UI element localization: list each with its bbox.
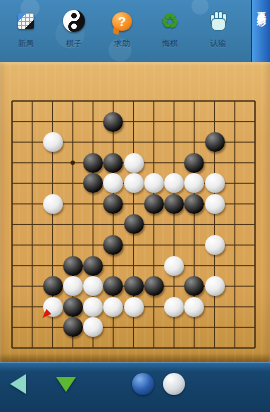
board-cell[interactable] xyxy=(63,194,83,215)
board-cell[interactable] xyxy=(83,255,103,276)
board-cell[interactable] xyxy=(225,111,245,132)
board-cell[interactable] xyxy=(63,91,83,112)
go-board xyxy=(0,62,270,362)
board-cell[interactable] xyxy=(164,276,184,297)
board-cell[interactable] xyxy=(204,317,224,338)
board-cell[interactable] xyxy=(103,194,123,215)
black-stone xyxy=(83,153,103,173)
board-cell[interactable] xyxy=(184,214,204,235)
board-cell[interactable] xyxy=(123,317,143,338)
board-cell[interactable] xyxy=(83,338,103,359)
white-stone xyxy=(124,153,144,173)
black-stone xyxy=(205,132,225,152)
board-cell[interactable] xyxy=(144,255,164,276)
board-cell[interactable] xyxy=(144,91,164,112)
board-cell[interactable] xyxy=(2,317,22,338)
board-cell[interactable] xyxy=(42,152,62,173)
toolbar-button-label: 新局 xyxy=(18,39,34,49)
board-cell[interactable] xyxy=(245,317,265,338)
board-cell[interactable] xyxy=(83,152,103,173)
board-cell[interactable] xyxy=(63,111,83,132)
board-cell[interactable] xyxy=(103,317,123,338)
toolbar-button-label: 悔棋 xyxy=(162,39,178,49)
board-cell[interactable] xyxy=(123,235,143,256)
white-stone xyxy=(43,132,63,152)
board-cell[interactable] xyxy=(164,111,184,132)
board-cell[interactable] xyxy=(103,152,123,173)
white-stone xyxy=(63,276,83,296)
board-cell[interactable] xyxy=(225,214,245,235)
board-cell[interactable] xyxy=(164,214,184,235)
board-cell[interactable] xyxy=(123,173,143,194)
board-cell[interactable] xyxy=(63,214,83,235)
board-cell[interactable] xyxy=(63,173,83,194)
board-cell[interactable] xyxy=(184,194,204,215)
board-cell[interactable] xyxy=(22,317,42,338)
down-arrow-icon xyxy=(56,377,76,392)
board-cell[interactable] xyxy=(103,235,123,256)
board-cell[interactable] xyxy=(63,276,83,297)
board-cell[interactable] xyxy=(204,276,224,297)
board-cell[interactable] xyxy=(184,296,204,317)
board-cell[interactable] xyxy=(83,317,103,338)
light-ball-icon xyxy=(163,373,185,395)
board-cell[interactable] xyxy=(184,132,204,153)
help-icon: ? xyxy=(112,6,132,36)
white-stone xyxy=(83,317,103,337)
board-cell[interactable] xyxy=(204,235,224,256)
toolbar-button-2[interactable]: ?求助 xyxy=(100,2,144,62)
board-cell[interactable] xyxy=(2,296,22,317)
board-cell[interactable] xyxy=(184,235,204,256)
board-cell[interactable] xyxy=(2,235,22,256)
black-stone xyxy=(184,276,204,296)
white-stone xyxy=(205,235,225,255)
board-cell[interactable] xyxy=(164,91,184,112)
toolbar-button-3[interactable]: ♻悔棋 xyxy=(148,2,192,62)
board-cell[interactable] xyxy=(42,132,62,153)
board-cell[interactable] xyxy=(204,338,224,359)
board-cell[interactable] xyxy=(83,132,103,153)
yinyang-icon xyxy=(63,6,85,36)
black-stone xyxy=(164,194,184,214)
board-cell[interactable] xyxy=(42,194,62,215)
board-cell[interactable] xyxy=(42,276,62,297)
board-cell[interactable] xyxy=(22,91,42,112)
black-stone xyxy=(103,112,123,132)
board-cell[interactable] xyxy=(144,173,164,194)
board-cell[interactable] xyxy=(42,255,62,276)
board-cell[interactable] xyxy=(184,152,204,173)
white-stone xyxy=(205,276,225,296)
board-cell[interactable] xyxy=(164,255,184,276)
board-cell[interactable] xyxy=(22,214,42,235)
board-cell[interactable] xyxy=(63,296,83,317)
board-cell[interactable] xyxy=(184,255,204,276)
board-cell[interactable] xyxy=(245,111,265,132)
board-cell[interactable] xyxy=(144,132,164,153)
board-cell[interactable] xyxy=(144,194,164,215)
board-cell[interactable] xyxy=(225,255,245,276)
black-stone xyxy=(103,276,123,296)
board-cell[interactable] xyxy=(22,173,42,194)
board-cell[interactable] xyxy=(245,194,265,215)
board-cell[interactable] xyxy=(83,173,103,194)
board-cell[interactable] xyxy=(164,194,184,215)
board-cell[interactable] xyxy=(245,235,265,256)
white-stone xyxy=(164,256,184,276)
board-cell[interactable] xyxy=(103,255,123,276)
toolbar-button-4[interactable]: 认输 xyxy=(196,2,240,62)
white-stone xyxy=(144,173,164,193)
board-cell[interactable] xyxy=(164,296,184,317)
board-cell[interactable] xyxy=(63,152,83,173)
black-stone xyxy=(124,276,144,296)
board-cell[interactable] xyxy=(103,338,123,359)
toolbar-button-label: 求助 xyxy=(114,39,130,49)
board-cell[interactable] xyxy=(103,91,123,112)
board-cell[interactable] xyxy=(123,132,143,153)
white-stone xyxy=(164,173,184,193)
board-cell[interactable] xyxy=(144,152,164,173)
board-cell[interactable] xyxy=(245,91,265,112)
board-cell[interactable] xyxy=(123,338,143,359)
board-cell[interactable] xyxy=(103,214,123,235)
more-content-tab-label: 更多精彩 xyxy=(255,4,268,12)
board-cell[interactable] xyxy=(225,296,245,317)
board-cell[interactable] xyxy=(103,132,123,153)
board-cell[interactable] xyxy=(2,152,22,173)
white-stone xyxy=(124,173,144,193)
black-stone xyxy=(184,194,204,214)
board-cell[interactable] xyxy=(83,111,103,132)
board-cell[interactable] xyxy=(144,338,164,359)
board-cell[interactable] xyxy=(225,317,245,338)
board-cell[interactable] xyxy=(22,255,42,276)
board-cell[interactable] xyxy=(2,338,22,359)
black-stone xyxy=(83,173,103,193)
white-stone xyxy=(184,173,204,193)
toolbar-button-1[interactable]: 棋子 xyxy=(52,2,96,62)
board-cell[interactable] xyxy=(225,152,245,173)
board-cell[interactable] xyxy=(42,173,62,194)
board-cell[interactable] xyxy=(204,173,224,194)
white-stone xyxy=(103,297,123,317)
black-stone xyxy=(103,153,123,173)
board-cell[interactable] xyxy=(204,111,224,132)
black-stone xyxy=(103,194,123,214)
board-cell[interactable] xyxy=(63,338,83,359)
white-stone xyxy=(184,297,204,317)
board-cell[interactable] xyxy=(123,276,143,297)
board-cell[interactable] xyxy=(164,132,184,153)
hand-icon xyxy=(209,6,228,36)
white-stone xyxy=(83,297,103,317)
toolbar-buttons: 新局棋子?求助♻悔棋认输 xyxy=(0,2,244,62)
board-cell[interactable] xyxy=(103,276,123,297)
left-arrow-icon xyxy=(10,374,26,394)
toolbar-button-label: 认输 xyxy=(210,39,226,49)
toolbar-button-0[interactable]: 新局 xyxy=(4,2,48,62)
board-cell[interactable] xyxy=(123,296,143,317)
board-cell[interactable] xyxy=(144,235,164,256)
black-stone xyxy=(63,256,83,276)
board-cell[interactable] xyxy=(2,255,22,276)
black-stone xyxy=(184,153,204,173)
white-stone xyxy=(164,297,184,317)
board-cell[interactable] xyxy=(225,276,245,297)
board-cell[interactable] xyxy=(83,235,103,256)
board-cell[interactable] xyxy=(63,235,83,256)
board-cell[interactable] xyxy=(42,111,62,132)
board-cell[interactable] xyxy=(204,152,224,173)
previous-move-button[interactable] xyxy=(0,371,26,397)
board-cell[interactable] xyxy=(22,235,42,256)
board-cell[interactable] xyxy=(245,338,265,359)
board-cell[interactable] xyxy=(184,317,204,338)
black-stone xyxy=(124,214,144,234)
board-cell[interactable] xyxy=(225,132,245,153)
board-cell[interactable] xyxy=(42,296,62,317)
board-cell[interactable] xyxy=(22,296,42,317)
board-cell[interactable] xyxy=(164,338,184,359)
board-cell[interactable] xyxy=(225,338,245,359)
board-cell[interactable] xyxy=(204,132,224,153)
white-stone xyxy=(205,173,225,193)
board-cell[interactable] xyxy=(144,317,164,338)
board-cell[interactable] xyxy=(184,173,204,194)
board-cell[interactable] xyxy=(103,296,123,317)
board-cell[interactable] xyxy=(204,255,224,276)
board-icon xyxy=(18,6,34,36)
board-cell[interactable] xyxy=(123,152,143,173)
board-cell[interactable] xyxy=(144,276,164,297)
board-cell[interactable] xyxy=(22,276,42,297)
board-cell[interactable] xyxy=(225,173,245,194)
board-cell[interactable] xyxy=(63,132,83,153)
board-cell[interactable] xyxy=(2,194,22,215)
board-cell[interactable] xyxy=(83,296,103,317)
bottom-toolbar xyxy=(0,362,270,412)
board-cell[interactable] xyxy=(245,173,265,194)
board-cell[interactable] xyxy=(245,276,265,297)
black-stone xyxy=(144,276,164,296)
board-cell[interactable] xyxy=(184,276,204,297)
board-cell[interactable] xyxy=(184,338,204,359)
board-cell[interactable] xyxy=(245,152,265,173)
board-cell[interactable] xyxy=(164,235,184,256)
board-cell[interactable] xyxy=(123,111,143,132)
light-ball-button[interactable] xyxy=(154,371,185,397)
black-stone xyxy=(43,276,63,296)
board-cell[interactable] xyxy=(63,255,83,276)
board-cell[interactable] xyxy=(42,91,62,112)
board-cell[interactable] xyxy=(22,194,42,215)
board-cell[interactable] xyxy=(22,111,42,132)
board-cell[interactable] xyxy=(83,194,103,215)
white-stone xyxy=(205,194,225,214)
undo-icon: ♻ xyxy=(161,6,179,36)
black-stone xyxy=(63,297,83,317)
board-cell[interactable] xyxy=(103,111,123,132)
board-cell[interactable] xyxy=(2,276,22,297)
board-cell[interactable] xyxy=(144,111,164,132)
board-cell[interactable] xyxy=(123,194,143,215)
board-cell[interactable] xyxy=(83,214,103,235)
white-stone xyxy=(124,297,144,317)
board-cell[interactable] xyxy=(2,91,22,112)
board-cell[interactable] xyxy=(225,235,245,256)
dark-ball-button[interactable] xyxy=(76,371,154,397)
board-cell[interactable] xyxy=(22,152,42,173)
board-cell[interactable] xyxy=(22,338,42,359)
board-cells xyxy=(2,91,265,359)
white-stone xyxy=(43,194,63,214)
board-cell[interactable] xyxy=(42,338,62,359)
board-cell[interactable] xyxy=(2,111,22,132)
black-stone xyxy=(103,235,123,255)
board-cell[interactable] xyxy=(83,91,103,112)
white-stone xyxy=(83,276,103,296)
board-cell[interactable] xyxy=(2,173,22,194)
board-cell[interactable] xyxy=(204,214,224,235)
board-cell[interactable] xyxy=(103,173,123,194)
board-cell[interactable] xyxy=(245,214,265,235)
board-cell[interactable] xyxy=(123,91,143,112)
black-stone xyxy=(144,194,164,214)
board-cell[interactable] xyxy=(204,194,224,215)
board-cell[interactable] xyxy=(2,132,22,153)
board-cell[interactable] xyxy=(2,214,22,235)
board-cell[interactable] xyxy=(164,317,184,338)
board-cell[interactable] xyxy=(225,194,245,215)
board-cell[interactable] xyxy=(204,91,224,112)
white-stone xyxy=(103,173,123,193)
toolbar-button-label: 棋子 xyxy=(66,39,82,49)
black-stone xyxy=(83,256,103,276)
board-cell[interactable] xyxy=(245,255,265,276)
board-cell[interactable] xyxy=(164,173,184,194)
board-cell[interactable] xyxy=(184,111,204,132)
top-toolbar: 新局棋子?求助♻悔棋认输 更多精彩 xyxy=(0,0,270,62)
board-cell[interactable] xyxy=(63,317,83,338)
board-cell[interactable] xyxy=(42,235,62,256)
dark-ball-icon xyxy=(132,373,154,395)
black-stone xyxy=(63,317,83,337)
board-cell[interactable] xyxy=(245,296,265,317)
board-cell[interactable] xyxy=(245,132,265,153)
board-cell[interactable] xyxy=(123,255,143,276)
board-cell[interactable] xyxy=(42,214,62,235)
board-cell[interactable] xyxy=(225,91,245,112)
board-cell[interactable] xyxy=(83,276,103,297)
board-cell[interactable] xyxy=(123,214,143,235)
board-cell[interactable] xyxy=(22,132,42,153)
board-cell[interactable] xyxy=(144,296,164,317)
board-cell[interactable] xyxy=(204,296,224,317)
board-cell[interactable] xyxy=(164,152,184,173)
down-button[interactable] xyxy=(26,371,76,397)
board-cell[interactable] xyxy=(42,317,62,338)
board-cell[interactable] xyxy=(144,214,164,235)
board-cell[interactable] xyxy=(184,91,204,112)
